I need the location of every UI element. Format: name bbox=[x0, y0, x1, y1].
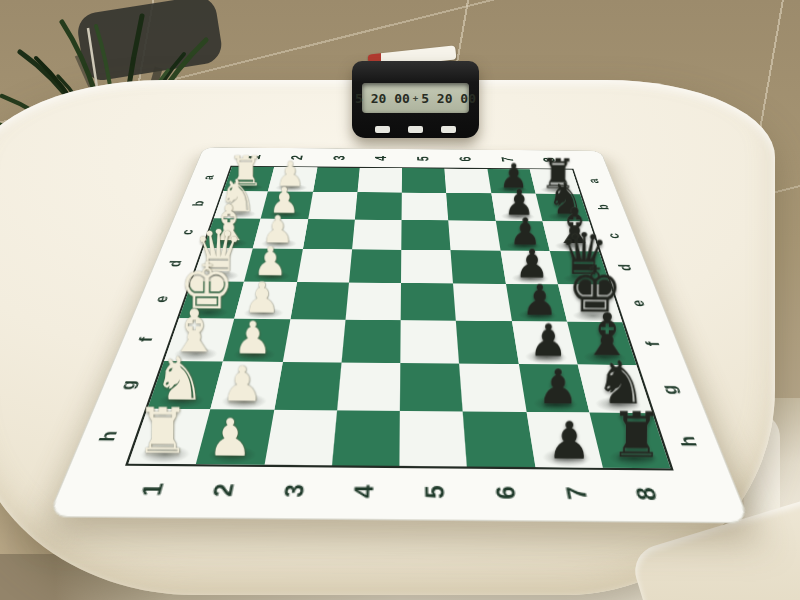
rank-label-3: 3 bbox=[322, 147, 355, 170]
square-c3 bbox=[302, 219, 354, 249]
square-a5 bbox=[402, 168, 447, 193]
square-c4 bbox=[352, 219, 402, 249]
square-h3 bbox=[264, 410, 337, 466]
square-b5 bbox=[402, 193, 449, 220]
square-f4 bbox=[341, 320, 400, 363]
square-h6 bbox=[463, 411, 535, 467]
rank-label-8: 8 bbox=[612, 463, 684, 527]
square-g2: ♟ bbox=[211, 361, 283, 410]
square-h8: ♜ bbox=[589, 412, 670, 468]
file-label-c: c bbox=[586, 225, 643, 247]
black-rook-h8: ♜ bbox=[610, 405, 664, 468]
rank-label-5: 5 bbox=[408, 461, 464, 525]
square-f7: ♟ bbox=[512, 321, 578, 364]
black-pawn-f7: ♟ bbox=[528, 318, 567, 363]
square-f6 bbox=[456, 321, 518, 364]
square-h5 bbox=[399, 411, 467, 467]
square-g7: ♟ bbox=[518, 364, 589, 413]
rank-label-4: 4 bbox=[334, 460, 391, 524]
rank-label-1: 1 bbox=[236, 146, 273, 169]
square-d6 bbox=[451, 250, 506, 284]
square-b6 bbox=[446, 193, 495, 220]
white-pawn-f2: ♟ bbox=[234, 316, 273, 361]
square-g6 bbox=[459, 363, 526, 412]
square-h4 bbox=[332, 410, 400, 466]
square-f3 bbox=[282, 319, 345, 362]
white-pawn-g2: ♟ bbox=[222, 361, 264, 409]
clock-left-time: 5 20 00 bbox=[355, 91, 410, 106]
file-label-b: b bbox=[577, 197, 630, 217]
rank-label-4: 4 bbox=[365, 147, 397, 170]
square-a4 bbox=[357, 168, 402, 193]
rank-label-5: 5 bbox=[408, 148, 439, 171]
square-d3 bbox=[297, 249, 352, 283]
white-pawn-h2: ♟ bbox=[208, 412, 253, 464]
file-label-b: b bbox=[172, 194, 226, 214]
square-c6 bbox=[448, 220, 500, 250]
file-label-a: a bbox=[569, 172, 619, 190]
rank-label-1: 1 bbox=[114, 459, 187, 523]
black-pawn-h7: ♟ bbox=[547, 415, 592, 467]
square-g5 bbox=[400, 363, 463, 412]
white-rook-h1: ♜ bbox=[136, 400, 190, 463]
rank-label-7: 7 bbox=[544, 462, 611, 526]
square-g4 bbox=[337, 362, 400, 411]
clock-separator: + bbox=[413, 93, 418, 103]
rank-label-6: 6 bbox=[449, 148, 482, 171]
photo-scene: 5 20 00 + 5 20 00 12345678 12345678 abcd… bbox=[0, 0, 800, 600]
rank-label-7: 7 bbox=[490, 148, 525, 171]
square-g3 bbox=[274, 362, 342, 411]
square-e3 bbox=[290, 282, 349, 320]
file-label-a: a bbox=[183, 169, 234, 187]
square-h7: ♟ bbox=[526, 412, 603, 468]
black-pawn-g7: ♟ bbox=[537, 363, 579, 411]
rank-label-6: 6 bbox=[476, 462, 537, 526]
rank-label-3: 3 bbox=[261, 460, 323, 524]
clock-button-middle bbox=[408, 126, 423, 133]
clock-button-left bbox=[375, 126, 390, 133]
clock-right-time: 5 20 00 bbox=[421, 91, 476, 106]
clock-button-right bbox=[441, 126, 456, 133]
rank-label-2: 2 bbox=[187, 459, 255, 523]
square-e6 bbox=[453, 283, 511, 321]
square-b4 bbox=[355, 192, 402, 219]
square-b3 bbox=[308, 192, 357, 219]
rank-label-2: 2 bbox=[279, 146, 314, 169]
file-label-c: c bbox=[159, 221, 216, 243]
square-e4 bbox=[345, 283, 401, 321]
square-a3 bbox=[313, 167, 360, 192]
chess-clock: 5 20 00 + 5 20 00 bbox=[352, 61, 479, 138]
square-c5 bbox=[401, 220, 450, 250]
square-f2: ♟ bbox=[223, 319, 290, 362]
square-a6 bbox=[445, 169, 491, 194]
square-d4 bbox=[349, 249, 402, 283]
rank-labels-near-edge: 12345678 bbox=[108, 466, 690, 519]
square-d5 bbox=[401, 250, 453, 284]
clock-buttons bbox=[352, 126, 479, 133]
square-h2: ♟ bbox=[196, 409, 274, 465]
square-e5 bbox=[401, 283, 456, 321]
rank-labels-far-edge: 12345678 bbox=[231, 149, 574, 168]
clock-lcd-display: 5 20 00 + 5 20 00 bbox=[362, 83, 469, 113]
square-f5 bbox=[400, 320, 459, 363]
